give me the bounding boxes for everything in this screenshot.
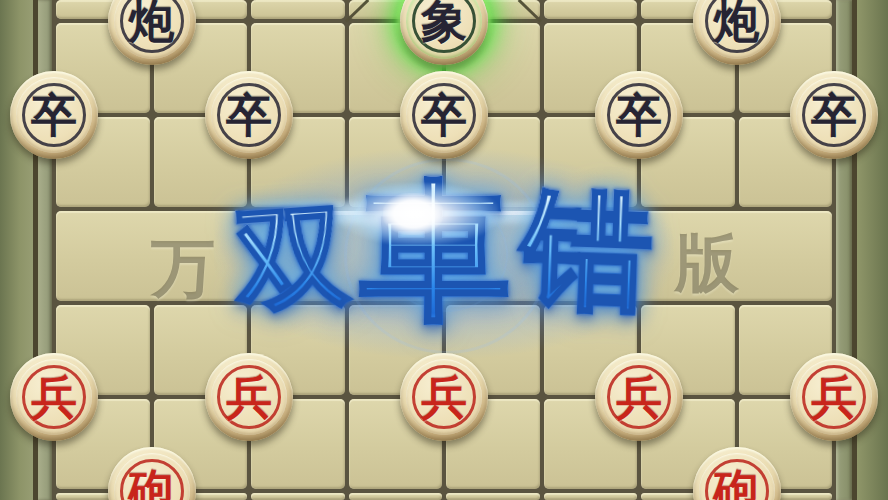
board-tile (544, 0, 638, 19)
piece-black-soldier-g3[interactable]: 卒 (595, 71, 683, 159)
piece-character: 卒 (616, 92, 662, 138)
board-tile (446, 493, 540, 500)
xiangqi-game-screen: 万 版 炮象炮卒卒卒卒卒兵兵兵兵兵砲砲 双 車 错 (0, 0, 888, 500)
piece-character: 象 (421, 0, 467, 44)
piece-character: 卒 (226, 92, 272, 138)
board-tile (251, 493, 345, 500)
piece-red-soldier-a6[interactable]: 兵 (10, 353, 98, 441)
piece-red-soldier-i6[interactable]: 兵 (790, 353, 878, 441)
piece-character: 兵 (811, 374, 857, 420)
board-tile (251, 0, 345, 19)
lens-flare-core (383, 193, 443, 235)
piece-red-soldier-c6[interactable]: 兵 (205, 353, 293, 441)
piece-character: 兵 (226, 374, 272, 420)
piece-character: 兵 (31, 374, 77, 420)
piece-character: 砲 (714, 468, 760, 500)
board-tile (544, 493, 638, 500)
piece-character: 卒 (811, 92, 857, 138)
piece-red-soldier-g6[interactable]: 兵 (595, 353, 683, 441)
piece-black-soldier-e3[interactable]: 卒 (400, 71, 488, 159)
piece-character: 兵 (421, 374, 467, 420)
announcement-char-1: 双 (233, 197, 353, 317)
piece-black-soldier-c3[interactable]: 卒 (205, 71, 293, 159)
piece-character: 兵 (616, 374, 662, 420)
piece-character: 炮 (714, 0, 760, 44)
river-watermark-left: 万 (151, 225, 215, 312)
piece-character: 卒 (421, 92, 467, 138)
piece-red-soldier-e6[interactable]: 兵 (400, 353, 488, 441)
piece-black-soldier-i3[interactable]: 卒 (790, 71, 878, 159)
river-watermark-right: 版 (675, 220, 739, 307)
piece-character: 砲 (129, 468, 175, 500)
piece-character: 炮 (129, 0, 175, 44)
piece-character: 卒 (31, 92, 77, 138)
announcement-char-3: 错 (520, 183, 654, 317)
board-tile (349, 493, 443, 500)
piece-black-soldier-a3[interactable]: 卒 (10, 71, 98, 159)
